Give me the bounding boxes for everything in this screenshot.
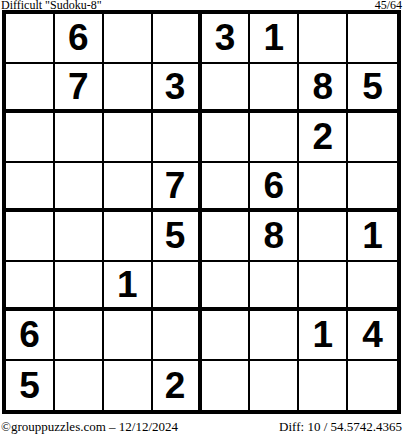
cell-r4c3[interactable]	[104, 163, 153, 213]
cell-r8c2[interactable]	[55, 361, 104, 411]
cell-r4c4: 7	[153, 163, 202, 213]
cell-r3c1[interactable]	[6, 113, 55, 163]
cell-r5c3[interactable]	[104, 212, 153, 262]
cell-r1c5: 3	[202, 14, 251, 64]
cell-r7c1: 6	[6, 311, 55, 361]
cell-r2c3[interactable]	[104, 64, 153, 114]
cell-r8c5[interactable]	[202, 361, 251, 411]
cell-r1c8[interactable]	[348, 14, 397, 64]
cell-r1c1[interactable]	[6, 14, 55, 64]
cell-r6c2[interactable]	[55, 262, 104, 312]
cell-r2c4: 3	[153, 64, 202, 114]
cell-r5c6: 8	[250, 212, 299, 262]
cell-r4c2[interactable]	[55, 163, 104, 213]
cell-r6c4[interactable]	[153, 262, 202, 312]
cell-r8c4: 2	[153, 361, 202, 411]
cell-r3c7: 2	[299, 113, 348, 163]
cell-r7c3[interactable]	[104, 311, 153, 361]
cell-r5c4: 5	[153, 212, 202, 262]
cell-r1c3[interactable]	[104, 14, 153, 64]
cell-r8c8[interactable]	[348, 361, 397, 411]
cell-r7c6[interactable]	[250, 311, 299, 361]
cell-r3c2[interactable]	[55, 113, 104, 163]
cell-r3c8[interactable]	[348, 113, 397, 163]
cell-r5c5[interactable]	[202, 212, 251, 262]
cell-r6c1[interactable]	[6, 262, 55, 312]
cell-r8c3[interactable]	[104, 361, 153, 411]
difficulty-info: Diff: 10 / 54.5742.4365	[279, 419, 402, 434]
cell-r6c6[interactable]	[250, 262, 299, 312]
cell-r2c1[interactable]	[6, 64, 55, 114]
cell-r5c8: 1	[348, 212, 397, 262]
copyright-date: ©grouppuzzles.com – 12/12/2024	[1, 419, 178, 434]
cell-r4c5[interactable]	[202, 163, 251, 213]
cell-r3c4[interactable]	[153, 113, 202, 163]
puzzle-counter: 45/64	[375, 0, 402, 10]
cell-r5c7[interactable]	[299, 212, 348, 262]
cell-r7c7: 1	[299, 311, 348, 361]
cell-r6c7[interactable]	[299, 262, 348, 312]
cell-r4c1[interactable]	[6, 163, 55, 213]
cell-r8c1: 5	[6, 361, 55, 411]
cell-r7c5[interactable]	[202, 311, 251, 361]
cell-r7c2[interactable]	[55, 311, 104, 361]
cell-r3c5[interactable]	[202, 113, 251, 163]
puzzle-title: Difficult "Sudoku-8"	[1, 0, 102, 10]
cell-r2c6[interactable]	[250, 64, 299, 114]
sudoku-grid: 6317385276581161452	[2, 10, 401, 414]
cell-r6c3: 1	[104, 262, 153, 312]
cell-r7c8: 4	[348, 311, 397, 361]
cell-r1c2: 6	[55, 14, 104, 64]
footer: ©grouppuzzles.com – 12/12/2024 Diff: 10 …	[0, 419, 403, 434]
cell-r3c3[interactable]	[104, 113, 153, 163]
cell-r4c8[interactable]	[348, 163, 397, 213]
cell-r2c5[interactable]	[202, 64, 251, 114]
cell-r1c7[interactable]	[299, 14, 348, 64]
cell-r1c4[interactable]	[153, 14, 202, 64]
cell-r5c1[interactable]	[6, 212, 55, 262]
cell-r7c4[interactable]	[153, 311, 202, 361]
cell-r8c7[interactable]	[299, 361, 348, 411]
cell-r2c2: 7	[55, 64, 104, 114]
cell-r2c7: 8	[299, 64, 348, 114]
header: Difficult "Sudoku-8" 45/64	[0, 0, 403, 10]
cell-r6c5[interactable]	[202, 262, 251, 312]
cell-r5c2[interactable]	[55, 212, 104, 262]
cell-r3c6[interactable]	[250, 113, 299, 163]
cell-r8c6[interactable]	[250, 361, 299, 411]
cell-r1c6: 1	[250, 14, 299, 64]
cell-r4c7[interactable]	[299, 163, 348, 213]
cell-r4c6: 6	[250, 163, 299, 213]
cell-r6c8[interactable]	[348, 262, 397, 312]
cell-r2c8: 5	[348, 64, 397, 114]
